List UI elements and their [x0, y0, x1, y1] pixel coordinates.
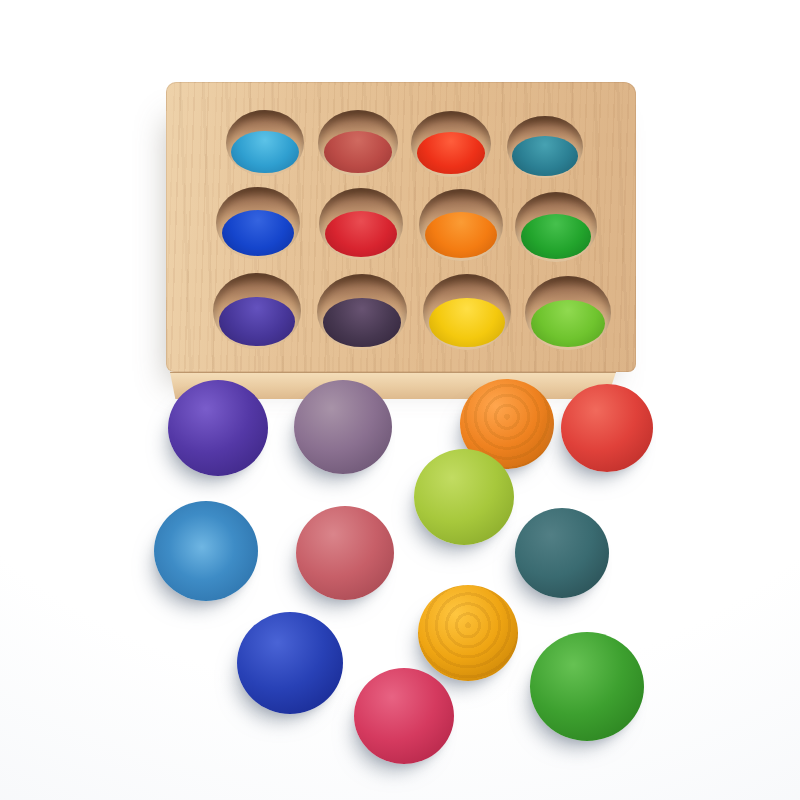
seated-ball-r2c2[interactable]: [325, 211, 397, 257]
seated-ball-r2c3[interactable]: [425, 212, 497, 258]
loose-ball-purple[interactable]: [168, 380, 268, 476]
loose-ball-rose[interactable]: [296, 506, 394, 600]
product-photo-scene: [0, 0, 800, 800]
seated-ball-r3c2[interactable]: [323, 298, 400, 347]
loose-ball-amber[interactable]: [418, 585, 518, 681]
hole-r2c4[interactable]: [515, 192, 597, 262]
seated-ball-r1c4[interactable]: [512, 136, 577, 176]
hole-r1c4[interactable]: [507, 116, 583, 178]
loose-ball-lime[interactable]: [414, 449, 514, 545]
hole-r1c2[interactable]: [318, 110, 398, 176]
hole-r3c3[interactable]: [423, 274, 511, 350]
seated-ball-r1c2[interactable]: [324, 131, 393, 173]
hole-r3c1[interactable]: [213, 273, 301, 349]
seated-ball-r1c3[interactable]: [417, 132, 486, 174]
loose-ball-mauve[interactable]: [294, 380, 392, 474]
hole-r2c3[interactable]: [419, 189, 503, 261]
hole-r3c4[interactable]: [525, 276, 611, 350]
wood-grain-texture: [418, 585, 518, 681]
hole-r2c2[interactable]: [319, 188, 403, 260]
loose-ball-steel-blue[interactable]: [154, 501, 258, 601]
seated-ball-r2c4[interactable]: [521, 214, 592, 259]
loose-ball-raspberry[interactable]: [354, 668, 454, 764]
seated-ball-r2c1[interactable]: [222, 210, 294, 256]
hole-r2c1[interactable]: [216, 187, 300, 259]
loose-ball-green[interactable]: [530, 632, 644, 741]
seated-ball-r3c3[interactable]: [429, 298, 505, 347]
seated-ball-r3c4[interactable]: [531, 300, 605, 347]
seated-ball-r3c1[interactable]: [219, 297, 295, 346]
loose-ball-royal-blue[interactable]: [237, 612, 343, 714]
hole-r1c1[interactable]: [226, 110, 304, 176]
hole-r1c3[interactable]: [411, 111, 491, 177]
loose-ball-red[interactable]: [561, 384, 653, 472]
seated-ball-r1c1[interactable]: [231, 131, 298, 173]
loose-ball-teal[interactable]: [515, 508, 609, 598]
hole-r3c2[interactable]: [317, 274, 407, 350]
